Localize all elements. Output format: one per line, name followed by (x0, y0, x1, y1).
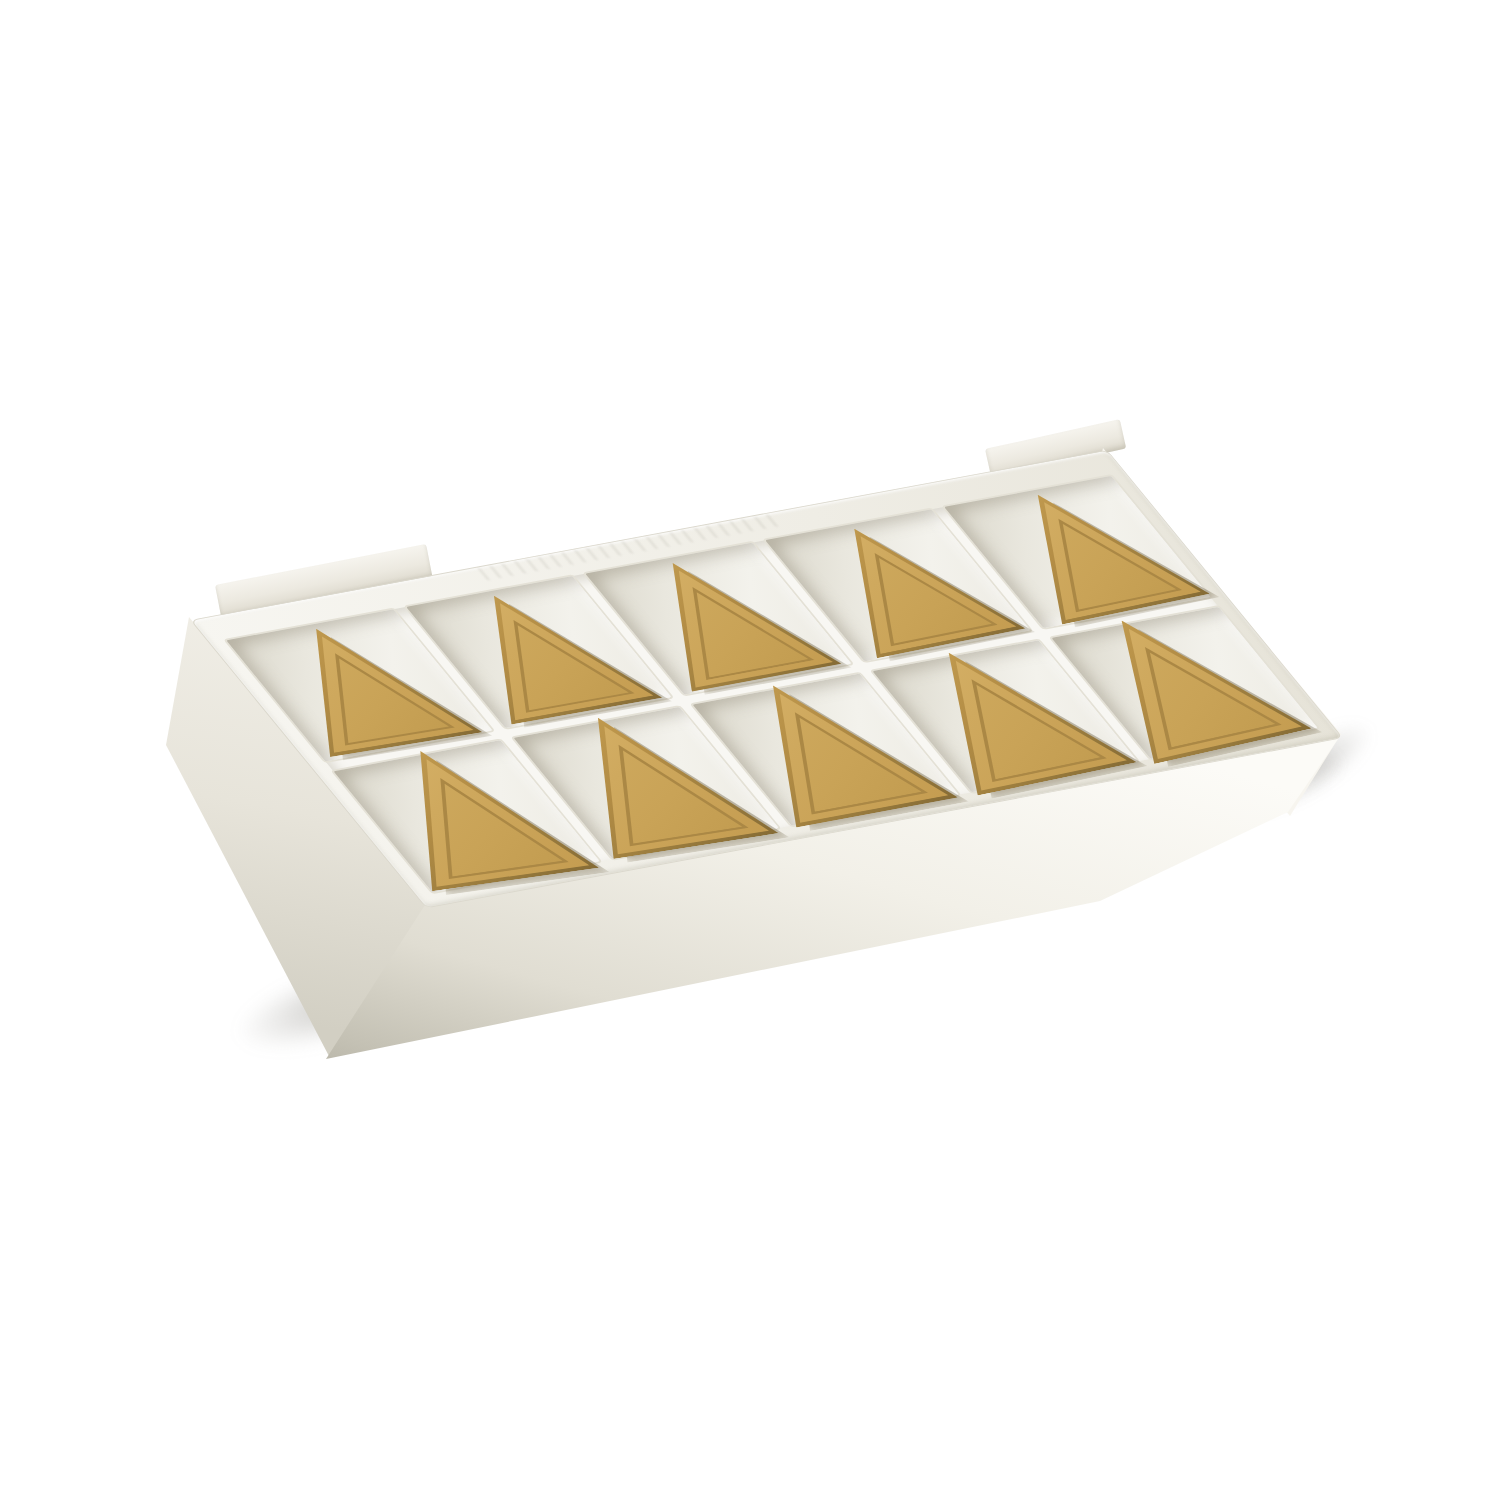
product-photo (0, 0, 1500, 1500)
